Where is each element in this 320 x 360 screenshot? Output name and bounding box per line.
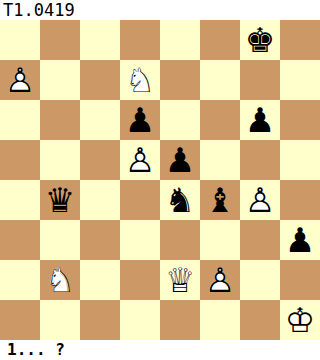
square-c6[interactable] [80,100,120,140]
square-e1[interactable] [160,300,200,340]
square-e5[interactable]: ♟ [160,140,200,180]
black-queen: ♛ [40,180,80,220]
square-a3[interactable] [0,220,40,260]
square-d2[interactable] [120,260,160,300]
square-e2[interactable]: ♛♕ [160,260,200,300]
black-pawn: ♟ [120,100,160,140]
square-b2[interactable]: ♞♘ [40,260,80,300]
square-g4[interactable]: ♟♙ [240,180,280,220]
black-pawn: ♟ [160,140,200,180]
white-pawn: ♙ [240,180,280,220]
square-g8[interactable]: ♚ [240,20,280,60]
square-f6[interactable] [200,100,240,140]
square-f7[interactable] [200,60,240,100]
square-d6[interactable]: ♟ [120,100,160,140]
black-knight: ♞ [160,180,200,220]
square-e7[interactable] [160,60,200,100]
square-a8[interactable] [0,20,40,60]
square-h7[interactable] [280,60,320,100]
square-d8[interactable] [120,20,160,60]
square-b5[interactable] [40,140,80,180]
square-h2[interactable] [280,260,320,300]
white-pawn: ♙ [0,60,40,100]
square-c4[interactable] [80,180,120,220]
chess-puzzle-window: T1.0419 ♚♟♙♞♘♟♟♟♙♟♛♞♝♟♙♟♞♘♛♕♟♙♚♔ 1... ? [0,0,320,360]
square-b7[interactable] [40,60,80,100]
title-bar: T1.0419 [0,0,320,20]
square-e6[interactable] [160,100,200,140]
square-f8[interactable] [200,20,240,60]
square-d7[interactable]: ♞♘ [120,60,160,100]
square-h3[interactable]: ♟ [280,220,320,260]
square-f4[interactable]: ♝ [200,180,240,220]
square-h4[interactable] [280,180,320,220]
square-g6[interactable]: ♟ [240,100,280,140]
square-d1[interactable] [120,300,160,340]
black-pawn: ♟ [240,100,280,140]
square-a6[interactable] [0,100,40,140]
white-knight: ♘ [40,260,80,300]
chess-board: ♚♟♙♞♘♟♟♟♙♟♛♞♝♟♙♟♞♘♛♕♟♙♚♔ [0,20,320,340]
square-c3[interactable] [80,220,120,260]
square-c5[interactable] [80,140,120,180]
square-g7[interactable] [240,60,280,100]
square-c1[interactable] [80,300,120,340]
square-b4[interactable]: ♛ [40,180,80,220]
square-h1[interactable]: ♚♔ [280,300,320,340]
square-d3[interactable] [120,220,160,260]
square-c8[interactable] [80,20,120,60]
square-a2[interactable] [0,260,40,300]
square-a7[interactable]: ♟♙ [0,60,40,100]
black-pawn: ♟ [280,220,320,260]
square-f2[interactable]: ♟♙ [200,260,240,300]
square-e8[interactable] [160,20,200,60]
square-f3[interactable] [200,220,240,260]
square-a4[interactable] [0,180,40,220]
square-g5[interactable] [240,140,280,180]
white-pawn: ♙ [120,140,160,180]
status-bar: 1... ? [0,340,320,360]
square-a1[interactable] [0,300,40,340]
white-pawn: ♙ [200,260,240,300]
square-b8[interactable] [40,20,80,60]
white-knight: ♘ [120,60,160,100]
square-c2[interactable] [80,260,120,300]
square-b3[interactable] [40,220,80,260]
puzzle-id: T1.0419 [3,0,75,20]
white-king: ♔ [280,300,320,340]
square-f1[interactable] [200,300,240,340]
square-b1[interactable] [40,300,80,340]
square-d5[interactable]: ♟♙ [120,140,160,180]
square-h5[interactable] [280,140,320,180]
black-king: ♚ [240,20,280,60]
square-b6[interactable] [40,100,80,140]
square-g3[interactable] [240,220,280,260]
square-d4[interactable] [120,180,160,220]
square-f5[interactable] [200,140,240,180]
square-a5[interactable] [0,140,40,180]
square-h8[interactable] [280,20,320,60]
square-g2[interactable] [240,260,280,300]
square-e3[interactable] [160,220,200,260]
square-h6[interactable] [280,100,320,140]
white-queen: ♕ [160,260,200,300]
move-prompt: 1... ? [7,340,65,360]
square-c7[interactable] [80,60,120,100]
square-g1[interactable] [240,300,280,340]
black-bishop: ♝ [200,180,240,220]
square-e4[interactable]: ♞ [160,180,200,220]
